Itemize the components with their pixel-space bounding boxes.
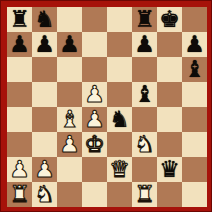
- square-b5[interactable]: [32, 82, 57, 107]
- black-pawn-piece: ♟︎: [59, 32, 80, 57]
- square-g6[interactable]: [157, 57, 182, 82]
- square-c7[interactable]: ♟︎: [57, 32, 82, 57]
- square-f7[interactable]: ♟︎: [132, 32, 157, 57]
- square-f6[interactable]: [132, 57, 157, 82]
- black-pawn-piece: ♟︎: [134, 32, 155, 57]
- square-c2[interactable]: [57, 157, 82, 182]
- square-c1[interactable]: [57, 182, 82, 207]
- square-h3[interactable]: [182, 132, 207, 157]
- black-bishop-piece: ♝︎: [134, 82, 155, 107]
- black-rook-piece: ♜︎: [9, 7, 30, 32]
- white-knight-piece: ♞︎: [34, 182, 55, 207]
- square-b8[interactable]: ♞︎: [32, 7, 57, 32]
- square-d3[interactable]: ♚︎: [82, 132, 107, 157]
- square-c8[interactable]: [57, 7, 82, 32]
- square-f5[interactable]: ♝︎: [132, 82, 157, 107]
- white-pawn-piece: ♟︎: [34, 157, 55, 182]
- white-rook-piece: ♜︎: [134, 182, 155, 207]
- square-a7[interactable]: ♟︎: [7, 32, 32, 57]
- square-a4[interactable]: [7, 107, 32, 132]
- square-h6[interactable]: ♝︎: [182, 57, 207, 82]
- square-a3[interactable]: [7, 132, 32, 157]
- white-pawn-piece: ♟︎: [59, 132, 80, 157]
- black-queen-piece: ♛︎: [159, 157, 180, 182]
- square-a2[interactable]: ♟︎: [7, 157, 32, 182]
- square-f8[interactable]: ♜︎: [132, 7, 157, 32]
- white-queen-piece: ♛︎: [109, 157, 130, 182]
- square-d8[interactable]: [82, 7, 107, 32]
- square-e4[interactable]: ♞︎: [107, 107, 132, 132]
- square-d2[interactable]: [82, 157, 107, 182]
- square-g7[interactable]: [157, 32, 182, 57]
- white-pawn-piece: ♟︎: [84, 107, 105, 132]
- square-b4[interactable]: [32, 107, 57, 132]
- square-h7[interactable]: ♟︎: [182, 32, 207, 57]
- black-bishop-piece: ♝︎: [184, 57, 205, 82]
- square-g2[interactable]: ♛︎: [157, 157, 182, 182]
- square-d1[interactable]: [82, 182, 107, 207]
- square-g5[interactable]: [157, 82, 182, 107]
- square-c3[interactable]: ♟︎: [57, 132, 82, 157]
- square-e2[interactable]: ♛︎: [107, 157, 132, 182]
- square-a1[interactable]: ♜︎: [7, 182, 32, 207]
- black-king-piece: ♚︎: [159, 7, 180, 32]
- square-h4[interactable]: [182, 107, 207, 132]
- white-pawn-piece: ♟︎: [9, 157, 30, 182]
- white-pawn-piece: ♟︎: [84, 82, 105, 107]
- square-f4[interactable]: [132, 107, 157, 132]
- black-pawn-piece: ♟︎: [184, 32, 205, 57]
- square-f3[interactable]: ♞︎: [132, 132, 157, 157]
- white-knight-piece: ♞︎: [134, 132, 155, 157]
- white-bishop-piece: ♝︎: [59, 107, 80, 132]
- square-e6[interactable]: [107, 57, 132, 82]
- white-rook-piece: ♜︎: [9, 182, 30, 207]
- chess-board: ♜︎♞︎♜︎♚︎♟︎♟︎♟︎♟︎♟︎♝︎♟︎♝︎♝︎♟︎♞︎♟︎♚︎♞︎♟︎♟︎…: [7, 7, 207, 207]
- square-c5[interactable]: [57, 82, 82, 107]
- square-e5[interactable]: [107, 82, 132, 107]
- square-d6[interactable]: [82, 57, 107, 82]
- black-pawn-piece: ♟︎: [34, 32, 55, 57]
- square-h8[interactable]: [182, 7, 207, 32]
- square-e3[interactable]: [107, 132, 132, 157]
- square-e8[interactable]: [107, 7, 132, 32]
- square-h5[interactable]: [182, 82, 207, 107]
- board-frame: ♜︎♞︎♜︎♚︎♟︎♟︎♟︎♟︎♟︎♝︎♟︎♝︎♝︎♟︎♞︎♟︎♚︎♞︎♟︎♟︎…: [0, 0, 212, 212]
- square-b2[interactable]: ♟︎: [32, 157, 57, 182]
- square-g8[interactable]: ♚︎: [157, 7, 182, 32]
- square-b6[interactable]: [32, 57, 57, 82]
- square-b1[interactable]: ♞︎: [32, 182, 57, 207]
- square-h1[interactable]: [182, 182, 207, 207]
- square-g3[interactable]: [157, 132, 182, 157]
- square-a8[interactable]: ♜︎: [7, 7, 32, 32]
- square-c4[interactable]: ♝︎: [57, 107, 82, 132]
- square-a5[interactable]: [7, 82, 32, 107]
- square-d7[interactable]: [82, 32, 107, 57]
- white-king-piece: ♚︎: [84, 132, 105, 157]
- square-b7[interactable]: ♟︎: [32, 32, 57, 57]
- square-g4[interactable]: [157, 107, 182, 132]
- square-c6[interactable]: [57, 57, 82, 82]
- square-g1[interactable]: [157, 182, 182, 207]
- square-d4[interactable]: ♟︎: [82, 107, 107, 132]
- black-knight-piece: ♞︎: [109, 107, 130, 132]
- black-knight-piece: ♞︎: [34, 7, 55, 32]
- square-d5[interactable]: ♟︎: [82, 82, 107, 107]
- square-f2[interactable]: [132, 157, 157, 182]
- square-e7[interactable]: [107, 32, 132, 57]
- square-e1[interactable]: [107, 182, 132, 207]
- square-b3[interactable]: [32, 132, 57, 157]
- square-a6[interactable]: [7, 57, 32, 82]
- square-f1[interactable]: ♜︎: [132, 182, 157, 207]
- black-pawn-piece: ♟︎: [9, 32, 30, 57]
- black-rook-piece: ♜︎: [134, 7, 155, 32]
- square-h2[interactable]: [182, 157, 207, 182]
